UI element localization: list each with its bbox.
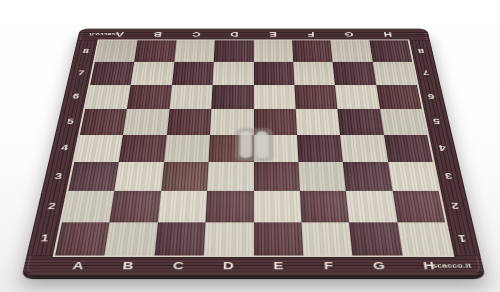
brand-text-top: scacco.it <box>87 28 119 40</box>
square-c7 <box>171 61 213 84</box>
square-a7 <box>90 61 134 84</box>
square-g1 <box>349 222 402 255</box>
file-label-rotated-c: C <box>176 28 215 40</box>
square-f1 <box>301 222 352 255</box>
square-a1 <box>55 222 110 255</box>
square-f8 <box>292 40 333 62</box>
square-b1 <box>104 222 157 255</box>
square-h5 <box>379 108 426 134</box>
file-labels-bottom: ABCDEFGH <box>50 255 455 275</box>
square-g2 <box>346 190 397 221</box>
rank-label-rotated-2: 2 <box>438 190 472 221</box>
rank-label-rotated-6: 6 <box>416 84 445 108</box>
square-a8 <box>94 40 137 62</box>
square-d8 <box>213 40 253 62</box>
file-label-g: G <box>352 255 405 275</box>
square-f7 <box>293 61 335 84</box>
square-e2 <box>253 190 301 221</box>
square-c5 <box>166 108 211 134</box>
file-label-rotated-d: D <box>214 28 253 40</box>
glare-highlight-bar <box>255 131 267 158</box>
file-label-d: D <box>202 255 253 275</box>
square-a5 <box>80 108 127 134</box>
square-f5 <box>295 108 340 134</box>
square-d7 <box>212 61 253 84</box>
square-c8 <box>174 40 215 62</box>
square-g4 <box>340 134 388 161</box>
chessboard: ABCDEFGH ABCDEFGH 87654321 87654321 scac… <box>21 28 484 275</box>
square-h4 <box>383 134 432 161</box>
square-b8 <box>134 40 176 62</box>
square-a6 <box>85 84 131 108</box>
rank-label-rotated-1: 1 <box>444 222 479 255</box>
square-f3 <box>298 161 346 190</box>
square-h7 <box>372 61 416 84</box>
brand-text-bottom: scacco.it <box>430 255 473 275</box>
rank-label-3: 3 <box>41 161 74 190</box>
glare-highlight-bar <box>239 131 251 158</box>
file-label-rotated-f: F <box>291 28 330 40</box>
file-labels-top: ABCDEFGH <box>99 28 407 40</box>
file-label-rotated-e: E <box>253 28 292 40</box>
square-b7 <box>131 61 174 84</box>
rank-label-rotated-8: 8 <box>407 40 434 62</box>
file-label-f: F <box>303 255 355 275</box>
square-h3 <box>387 161 438 190</box>
square-d3 <box>207 161 253 190</box>
square-b2 <box>109 190 160 221</box>
file-label-rotated-h: H <box>367 28 407 40</box>
square-g5 <box>337 108 383 134</box>
square-d2 <box>205 190 253 221</box>
rank-label-rotated-4: 4 <box>427 134 458 161</box>
glare-reflection <box>235 128 273 161</box>
square-g8 <box>330 40 372 62</box>
square-h8 <box>369 40 412 62</box>
square-g6 <box>335 84 380 108</box>
rank-label-2: 2 <box>34 190 68 221</box>
square-b4 <box>119 134 167 161</box>
square-c2 <box>157 190 206 221</box>
square-e1 <box>253 222 303 255</box>
square-e3 <box>253 161 299 190</box>
square-f4 <box>296 134 342 161</box>
square-b5 <box>123 108 169 134</box>
square-c6 <box>169 84 212 108</box>
square-e7 <box>253 61 294 84</box>
square-f6 <box>294 84 337 108</box>
file-label-rotated-g: G <box>329 28 369 40</box>
square-g3 <box>343 161 392 190</box>
file-label-rotated-b: B <box>137 28 177 40</box>
file-label-a: A <box>50 255 104 275</box>
photo-scene: ABCDEFGH ABCDEFGH 87654321 87654321 scac… <box>0 0 500 292</box>
square-e6 <box>253 84 295 108</box>
file-label-c: C <box>152 255 204 275</box>
square-a3 <box>68 161 119 190</box>
rank-label-8: 8 <box>72 40 99 62</box>
rank-label-1: 1 <box>26 222 61 255</box>
square-c3 <box>160 161 208 190</box>
square-h6 <box>375 84 421 108</box>
rank-label-5: 5 <box>55 108 85 134</box>
file-label-e: E <box>253 255 304 275</box>
square-d1 <box>203 222 253 255</box>
square-c4 <box>163 134 209 161</box>
rank-label-rotated-3: 3 <box>432 161 465 190</box>
square-d6 <box>211 84 253 108</box>
file-label-b: B <box>101 255 154 275</box>
square-b3 <box>114 161 163 190</box>
square-f2 <box>299 190 348 221</box>
square-g7 <box>332 61 375 84</box>
square-h1 <box>397 222 452 255</box>
rank-label-6: 6 <box>61 84 90 108</box>
rank-label-7: 7 <box>66 61 94 84</box>
square-a2 <box>62 190 115 221</box>
square-a4 <box>74 134 123 161</box>
square-b6 <box>127 84 172 108</box>
square-c1 <box>154 222 205 255</box>
rank-label-4: 4 <box>48 134 79 161</box>
square-h2 <box>392 190 445 221</box>
rank-label-rotated-5: 5 <box>421 108 451 134</box>
square-e8 <box>253 40 293 62</box>
rank-label-rotated-7: 7 <box>412 61 440 84</box>
